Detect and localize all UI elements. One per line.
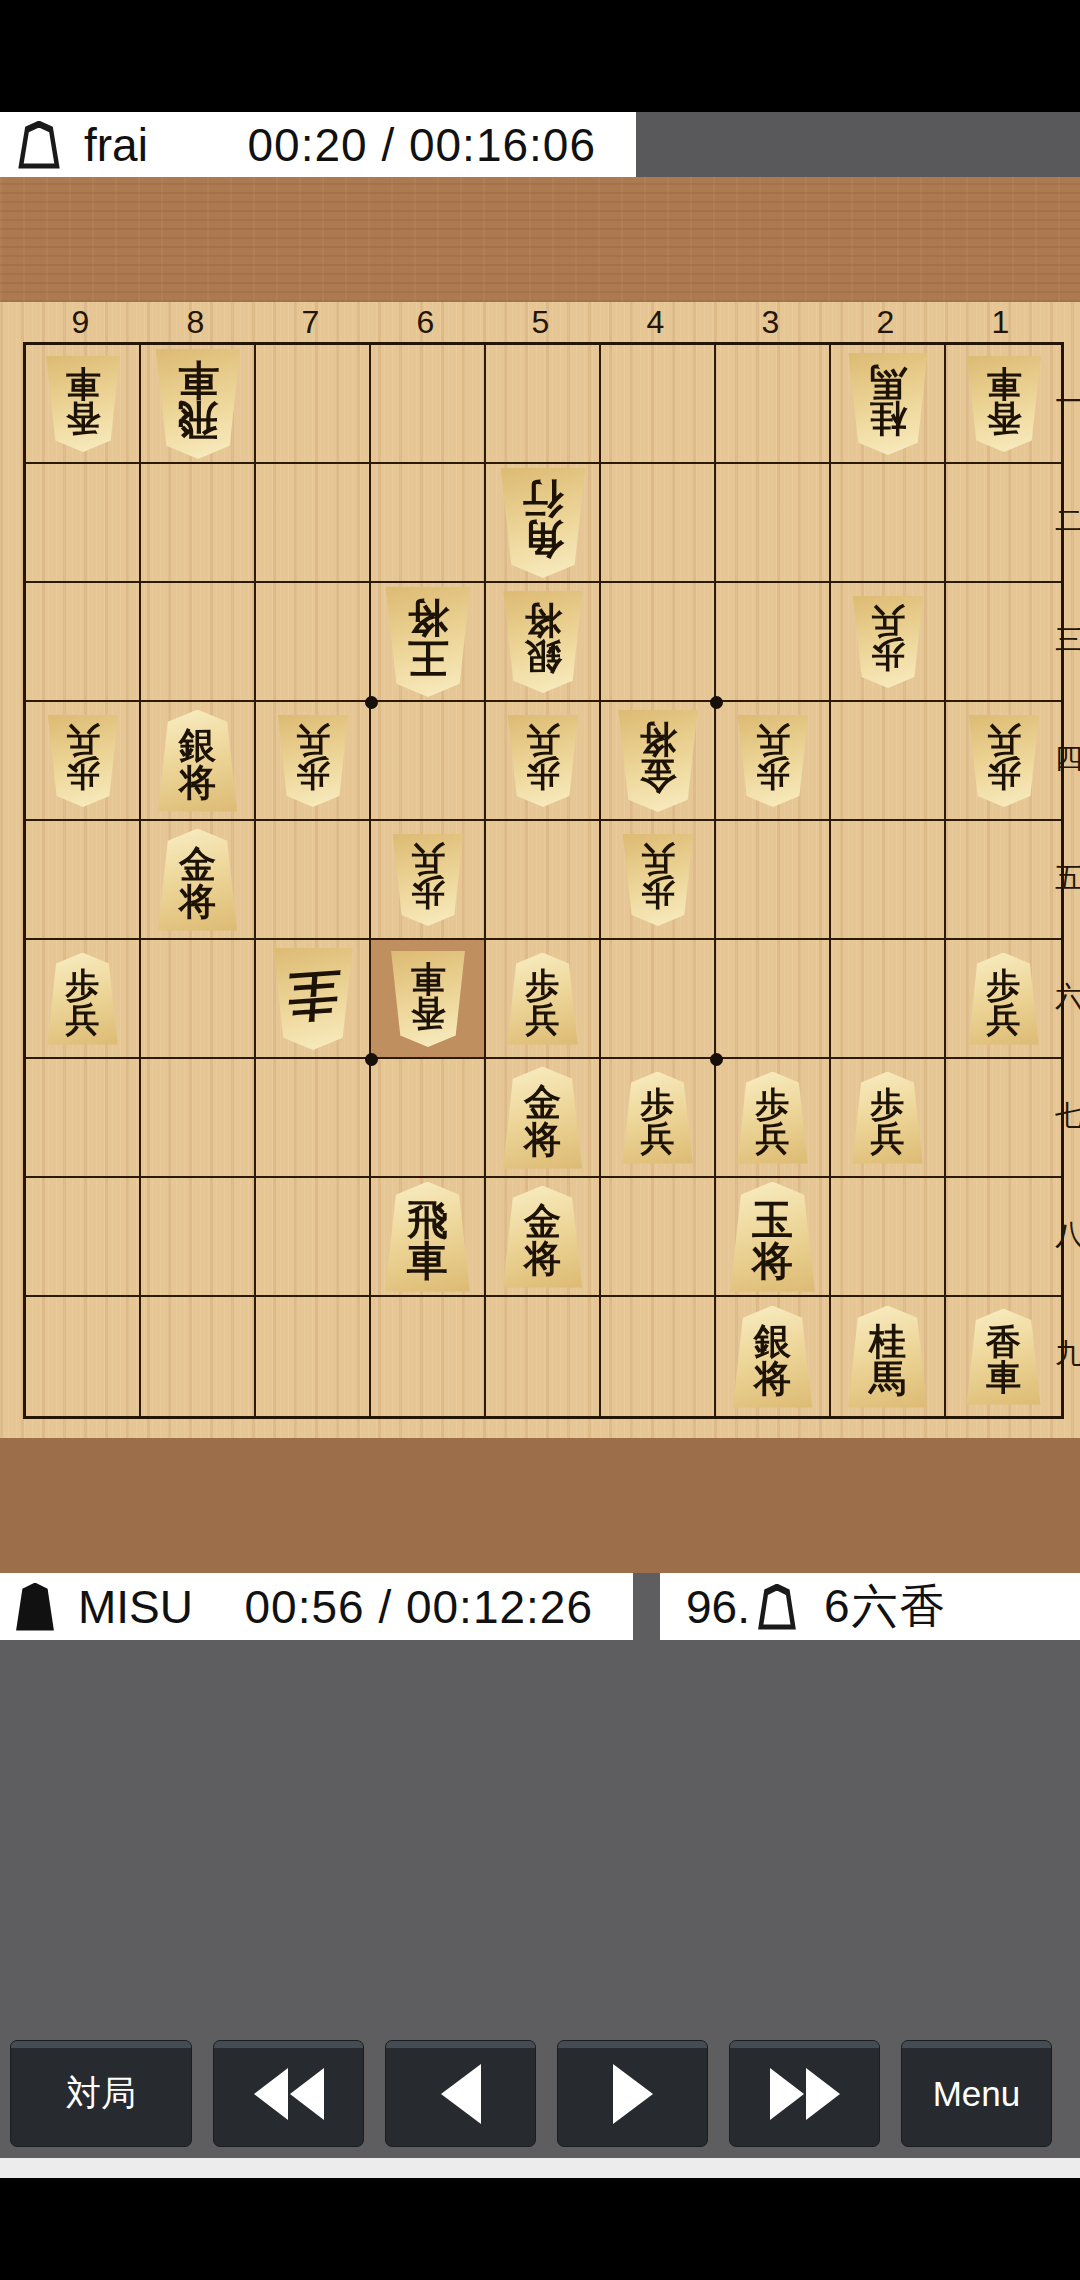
board-cell-33[interactable] [716, 583, 831, 702]
board-cell-25[interactable] [831, 821, 946, 940]
board-cell-77[interactable] [256, 1059, 371, 1178]
gote-piece-歩兵: 歩兵 [848, 596, 928, 688]
step-back-button[interactable] [385, 2040, 536, 2147]
board-cell-72[interactable] [256, 464, 371, 583]
file-label-5: 5 [483, 304, 598, 342]
board-cell-88[interactable] [141, 1178, 256, 1297]
shogi-app-screen: frai 00:20 / 00:16:06 歩兵4桂馬 987654321 一二… [0, 0, 1080, 2280]
board-cell-41[interactable] [601, 345, 716, 464]
top-player-name: frai [84, 118, 148, 172]
sente-piece-香車: 香車 [962, 1309, 1046, 1405]
board-star-dot [710, 696, 723, 709]
board-cell-66[interactable]: 香車 [371, 940, 486, 1059]
new-game-button[interactable]: 対局 [10, 2040, 192, 2147]
sente-piece-歩兵: 歩兵 [503, 953, 583, 1045]
board-cell-97[interactable] [26, 1059, 141, 1178]
top-player-bar: frai 00:20 / 00:16:06 [0, 112, 636, 177]
sente-piece-銀将: 銀将 [728, 1306, 818, 1408]
move-number: 96. [686, 1580, 750, 1634]
board-cell-19[interactable]: 香車 [946, 1297, 1061, 1416]
board-cell-84[interactable]: 銀将 [141, 702, 256, 821]
gote-piece-歩兵: 歩兵 [273, 715, 353, 807]
sente-piece-金将: 金将 [498, 1067, 588, 1169]
board-cell-63[interactable]: 王将 [371, 583, 486, 702]
board-cell-69[interactable] [371, 1297, 486, 1416]
file-label-6: 6 [368, 304, 483, 342]
sente-piece-玉将: 玉将 [725, 1182, 821, 1292]
board-cell-23[interactable]: 歩兵 [831, 583, 946, 702]
sente-piece-金将: 金将 [498, 1186, 588, 1288]
board-star-dot [710, 1053, 723, 1066]
board-cell-32[interactable] [716, 464, 831, 583]
file-label-3: 3 [713, 304, 828, 342]
gote-piece-歩兵: 歩兵 [388, 834, 468, 926]
board-cell-57[interactable]: 金将 [486, 1059, 601, 1178]
board-cell-73[interactable] [256, 583, 371, 702]
board-cell-61[interactable] [371, 345, 486, 464]
gote-piece-歩兵: 歩兵 [733, 715, 813, 807]
playback-toolbar: 対局 Menu [0, 2040, 1080, 2147]
sente-piece-歩兵: 歩兵 [43, 953, 123, 1045]
board-cell-22[interactable] [831, 464, 946, 583]
board-cell-81[interactable]: 飛車 [141, 345, 256, 464]
bottom-player-clock: 00:56 / 00:12:26 [244, 1580, 593, 1634]
board-cell-47[interactable]: 歩兵 [601, 1059, 716, 1178]
board-cell-46[interactable] [601, 940, 716, 1059]
board-cell-67[interactable] [371, 1059, 486, 1178]
gote-piece-香車: 香車 [41, 356, 125, 452]
bottom-light-strip [0, 2158, 1080, 2178]
board-cell-74[interactable]: 歩兵 [256, 702, 371, 821]
board-cell-31[interactable] [716, 345, 831, 464]
board-cell-36[interactable] [716, 940, 831, 1059]
move-notation: 6六香 [824, 1576, 948, 1638]
rewind-start-button[interactable] [213, 2040, 364, 2147]
shogi-board-grid: 香車飛車桂馬香車角行王将銀将歩兵歩兵銀将歩兵歩兵金将歩兵歩兵金将歩兵歩兵歩兵圭香… [23, 342, 1064, 1419]
gote-piece-香車: 香車 [962, 356, 1046, 452]
gote-piece-icon [16, 121, 62, 169]
board-cell-59[interactable] [486, 1297, 601, 1416]
sente-piece-銀将: 銀将 [153, 710, 243, 812]
board-cell-51[interactable] [486, 345, 601, 464]
sente-piece-桂馬: 桂馬 [843, 1306, 933, 1408]
board-cell-39[interactable]: 銀将 [716, 1297, 831, 1416]
status-bar-top [0, 0, 1080, 112]
double-left-triangle-icon [254, 2068, 324, 2120]
board-cell-14[interactable]: 歩兵 [946, 702, 1061, 821]
sente-piece-金将: 金将 [153, 829, 243, 931]
board-cell-95[interactable] [26, 821, 141, 940]
gote-piece-飛車: 飛車 [150, 349, 246, 459]
board-cell-11[interactable]: 香車 [946, 345, 1061, 464]
top-bar-right-filler [636, 112, 1080, 177]
board-cell-35[interactable] [716, 821, 831, 940]
gote-captured-tray: 歩兵4桂馬 [0, 177, 1080, 302]
board-cell-27[interactable]: 歩兵 [831, 1059, 946, 1178]
board-cell-29[interactable]: 桂馬 [831, 1297, 946, 1416]
board-cell-86[interactable] [141, 940, 256, 1059]
gote-piece-圭: 圭 [268, 948, 358, 1050]
board-cell-94[interactable]: 歩兵 [26, 702, 141, 821]
board-cell-62[interactable] [371, 464, 486, 583]
board-cell-16[interactable]: 歩兵 [946, 940, 1061, 1059]
board-cell-44[interactable]: 金将 [601, 702, 716, 821]
board-cell-15[interactable] [946, 821, 1061, 940]
step-forward-button[interactable] [557, 2040, 708, 2147]
board-cell-76[interactable]: 圭 [256, 940, 371, 1059]
board-cell-45[interactable]: 歩兵 [601, 821, 716, 940]
menu-button[interactable]: Menu [901, 2040, 1052, 2147]
board-star-dot [365, 1053, 378, 1066]
gote-piece-王将: 王将 [380, 587, 476, 697]
board-cell-52[interactable]: 角行 [486, 464, 601, 583]
board-cell-13[interactable] [946, 583, 1061, 702]
board-cell-87[interactable] [141, 1059, 256, 1178]
board-cell-21[interactable]: 桂馬 [831, 345, 946, 464]
gote-piece-角行: 角行 [495, 468, 591, 578]
board-cell-48[interactable] [601, 1178, 716, 1297]
sente-captured-tray: 角行銀将 [0, 1438, 1080, 1573]
board-cell-53[interactable]: 銀将 [486, 583, 601, 702]
board-cell-34[interactable]: 歩兵 [716, 702, 831, 821]
board-cell-42[interactable] [601, 464, 716, 583]
board-cell-12[interactable] [946, 464, 1061, 583]
board-cell-37[interactable]: 歩兵 [716, 1059, 831, 1178]
board-cell-38[interactable]: 玉将 [716, 1178, 831, 1297]
board-cell-43[interactable] [601, 583, 716, 702]
board-cell-71[interactable] [256, 345, 371, 464]
sente-piece-飛車: 飛車 [380, 1182, 476, 1292]
board-cell-17[interactable] [946, 1059, 1061, 1178]
file-label-7: 7 [253, 304, 368, 342]
gote-piece-歩兵: 歩兵 [964, 715, 1044, 807]
board-star-dot [365, 696, 378, 709]
board-cell-49[interactable] [601, 1297, 716, 1416]
file-labels: 987654321 [23, 304, 1058, 342]
bottom-player-name: MISU [78, 1580, 193, 1634]
forward-end-button[interactable] [729, 2040, 880, 2147]
sente-piece-icon [14, 1583, 56, 1631]
board-cell-24[interactable] [831, 702, 946, 821]
move-indicator-bar: 96. 6六香 [660, 1573, 1080, 1640]
top-player-clock: 00:20 / 00:16:06 [247, 118, 596, 172]
double-right-triangle-icon [770, 2068, 840, 2120]
board-cell-91[interactable]: 香車 [26, 345, 141, 464]
file-label-1: 1 [943, 304, 1058, 342]
board-cell-28[interactable] [831, 1178, 946, 1297]
board-cell-56[interactable]: 歩兵 [486, 940, 601, 1059]
gote-move-icon [756, 1584, 798, 1630]
gote-piece-銀将: 銀将 [498, 591, 588, 693]
board-cell-75[interactable] [256, 821, 371, 940]
shogi-board-panel: 987654321 一二三四五六七八九 香車飛車桂馬香車角行王将銀将歩兵歩兵銀将… [0, 302, 1080, 1438]
file-label-2: 2 [828, 304, 943, 342]
board-cell-26[interactable] [831, 940, 946, 1059]
board-cell-64[interactable] [371, 702, 486, 821]
gote-piece-香車: 香車 [386, 951, 470, 1047]
board-cell-99[interactable] [26, 1297, 141, 1416]
board-cell-83[interactable] [141, 583, 256, 702]
board-cell-85[interactable]: 金将 [141, 821, 256, 940]
board-cell-82[interactable] [141, 464, 256, 583]
board-cell-89[interactable] [141, 1297, 256, 1416]
board-cell-55[interactable] [486, 821, 601, 940]
board-cell-79[interactable] [256, 1297, 371, 1416]
board-cell-93[interactable] [26, 583, 141, 702]
gote-piece-歩兵: 歩兵 [618, 834, 698, 926]
file-label-4: 4 [598, 304, 713, 342]
sente-piece-歩兵: 歩兵 [848, 1072, 928, 1164]
bottom-player-bar: MISU 00:56 / 00:12:26 [0, 1573, 633, 1640]
board-cell-78[interactable] [256, 1178, 371, 1297]
board-cell-96[interactable]: 歩兵 [26, 940, 141, 1059]
sente-piece-歩兵: 歩兵 [733, 1072, 813, 1164]
file-label-8: 8 [138, 304, 253, 342]
gote-piece-桂馬: 桂馬 [843, 353, 933, 455]
status-bar-bottom [0, 2178, 1080, 2280]
file-label-9: 9 [23, 304, 138, 342]
board-cell-58[interactable]: 金将 [486, 1178, 601, 1297]
board-cell-18[interactable] [946, 1178, 1061, 1297]
sente-piece-歩兵: 歩兵 [618, 1072, 698, 1164]
board-cell-92[interactable] [26, 464, 141, 583]
board-cell-68[interactable]: 飛車 [371, 1178, 486, 1297]
gote-piece-歩兵: 歩兵 [43, 715, 123, 807]
gote-piece-金将: 金将 [613, 710, 703, 812]
board-cell-98[interactable] [26, 1178, 141, 1297]
left-triangle-icon [441, 2064, 481, 2124]
gote-piece-歩兵: 歩兵 [503, 715, 583, 807]
right-triangle-icon [613, 2064, 653, 2124]
sente-piece-歩兵: 歩兵 [964, 953, 1044, 1045]
board-cell-65[interactable]: 歩兵 [371, 821, 486, 940]
board-cell-54[interactable]: 歩兵 [486, 702, 601, 821]
